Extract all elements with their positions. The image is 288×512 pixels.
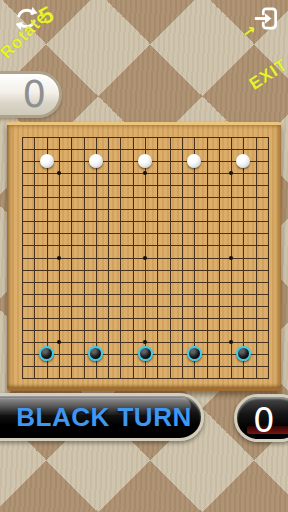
grid-line — [256, 137, 257, 378]
white-stone[interactable] — [40, 154, 54, 168]
white-capture-counter: 0 — [0, 71, 62, 118]
go-board[interactable] — [7, 122, 281, 391]
white-capture-count: 0 — [22, 76, 46, 113]
star-point — [57, 340, 61, 344]
grid-line — [268, 137, 269, 378]
white-stone[interactable] — [89, 154, 103, 168]
star-point — [143, 171, 147, 175]
star-point — [229, 171, 233, 175]
exit-arrow-icon: ↗ — [242, 21, 257, 41]
star-point — [229, 340, 233, 344]
star-point — [143, 340, 147, 344]
grid-line — [22, 366, 269, 367]
black-stone[interactable] — [187, 346, 202, 361]
black-capture-counter: 0 — [234, 394, 288, 442]
black-stone[interactable] — [236, 346, 251, 361]
star-point — [143, 256, 147, 260]
black-stone[interactable] — [39, 346, 54, 361]
white-stone[interactable] — [187, 154, 201, 168]
game-screen: 5 Rotate ↗ EXIT 0 BLACK TURN 0 — [0, 0, 288, 512]
star-point — [57, 171, 61, 175]
black-stone[interactable] — [138, 346, 153, 361]
turn-banner: BLACK TURN — [0, 393, 204, 441]
grid-line — [243, 137, 244, 378]
grid-line — [22, 378, 269, 379]
turn-banner-label: BLACK TURN — [16, 402, 191, 433]
star-point — [57, 256, 61, 260]
exit-label: EXIT — [246, 55, 288, 95]
white-stone[interactable] — [236, 154, 250, 168]
black-stone[interactable] — [88, 346, 103, 361]
star-point — [229, 256, 233, 260]
black-capture-count: 0 — [253, 401, 275, 439]
white-stone[interactable] — [138, 154, 152, 168]
